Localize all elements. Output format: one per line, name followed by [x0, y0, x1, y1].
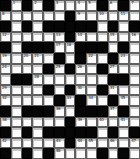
block-cell-10-0	[0, 106, 11, 117]
white-cell-3-4[interactable]	[43, 32, 54, 43]
block-cell-8-4	[43, 85, 54, 96]
block-cell-2-5	[54, 21, 65, 32]
clue-number-47: 47	[131, 139, 136, 143]
clue-number-31: 31	[110, 86, 115, 90]
white-cell-2-1[interactable]	[11, 21, 22, 32]
white-cell-10-5[interactable]: 36	[54, 106, 65, 117]
block-cell-2-8	[86, 21, 97, 32]
clue-number-40: 40	[99, 118, 104, 122]
clue-number-2: 2	[34, 1, 36, 5]
white-cell-3-3[interactable]	[32, 32, 43, 43]
block-cell-7-10	[108, 74, 119, 85]
clue-number-18: 18	[67, 43, 72, 47]
white-cell-8-0[interactable]: 29	[0, 85, 11, 96]
clue-number-48: 48	[56, 149, 61, 153]
white-cell-3-8[interactable]	[86, 32, 97, 43]
white-cell-13-11[interactable]	[118, 138, 129, 149]
white-cell-1-2[interactable]	[22, 11, 33, 22]
block-cell-9-10	[108, 95, 119, 106]
white-cell-5-0[interactable]: 19	[0, 53, 11, 64]
white-cell-13-3[interactable]	[32, 138, 43, 149]
block-cell-10-7	[75, 106, 86, 117]
block-cell-14-11	[118, 148, 129, 159]
clue-number-23: 23	[120, 54, 125, 58]
white-cell-8-1[interactable]	[11, 85, 22, 96]
clue-number-43: 43	[56, 139, 61, 143]
white-cell-11-0[interactable]: 38	[0, 117, 11, 128]
white-cell-1-11[interactable]: 11	[118, 11, 129, 22]
block-cell-7-11	[118, 74, 129, 85]
white-cell-8-2[interactable]	[22, 85, 33, 96]
white-cell-11-12[interactable]	[129, 117, 140, 128]
white-cell-9-3[interactable]	[32, 95, 43, 106]
block-cell-0-11	[118, 0, 129, 11]
white-cell-5-9[interactable]	[97, 53, 108, 64]
block-cell-12-12	[129, 127, 140, 138]
block-cell-1-6	[65, 11, 76, 22]
block-cell-14-0	[0, 148, 11, 159]
white-cell-9-0[interactable]: 32	[0, 95, 11, 106]
white-cell-4-12[interactable]	[129, 42, 140, 53]
white-cell-7-9[interactable]	[97, 74, 108, 85]
block-cell-5-7	[75, 53, 86, 64]
block-cell-4-9	[97, 42, 108, 53]
clue-number-42: 42	[2, 139, 7, 143]
block-cell-10-2	[22, 106, 33, 117]
white-cell-0-5[interactable]: 3	[54, 0, 65, 11]
clue-number-11: 11	[120, 12, 125, 16]
block-cell-3-6	[65, 32, 76, 43]
block-cell-14-4	[43, 148, 54, 159]
clue-number-13: 13	[56, 33, 61, 37]
white-cell-4-6[interactable]: 18	[65, 42, 76, 53]
white-cell-0-6[interactable]	[65, 0, 76, 11]
white-cell-5-12[interactable]	[129, 53, 140, 64]
clue-number-1: 1	[13, 1, 15, 5]
white-cell-4-10[interactable]	[108, 42, 119, 53]
white-cell-13-8[interactable]: 45	[86, 138, 97, 149]
white-cell-9-12[interactable]	[129, 95, 140, 106]
clue-number-17: 17	[56, 43, 61, 47]
block-cell-0-2	[22, 0, 33, 11]
clue-number-26: 26	[77, 65, 82, 69]
white-cell-13-12[interactable]: 47	[129, 138, 140, 149]
white-cell-6-8[interactable]	[86, 64, 97, 75]
white-cell-6-5[interactable]: 25	[54, 64, 65, 75]
block-cell-10-4	[43, 106, 54, 117]
clue-number-32: 32	[2, 96, 7, 100]
white-cell-11-4[interactable]	[43, 117, 54, 128]
white-cell-6-2[interactable]	[22, 64, 33, 75]
block-cell-7-1	[11, 74, 22, 85]
clue-number-12: 12	[2, 33, 7, 37]
white-cell-14-1[interactable]	[11, 148, 22, 159]
white-cell-12-1[interactable]	[11, 127, 22, 138]
white-cell-10-12[interactable]	[129, 106, 140, 117]
white-cell-6-12[interactable]	[129, 64, 140, 75]
white-cell-11-3[interactable]	[32, 117, 43, 128]
white-cell-1-4[interactable]	[43, 11, 54, 22]
clue-number-19: 19	[2, 54, 7, 58]
block-cell-2-2	[22, 21, 33, 32]
block-cell-8-9	[97, 85, 108, 96]
block-cell-10-11	[118, 106, 129, 117]
white-cell-14-8[interactable]	[86, 148, 97, 159]
clue-number-21: 21	[34, 54, 39, 58]
clue-number-7: 7	[131, 1, 133, 5]
white-cell-8-11[interactable]	[118, 85, 129, 96]
clue-number-25: 25	[56, 65, 61, 69]
clue-number-9: 9	[77, 12, 79, 16]
white-cell-1-0[interactable]: 8	[0, 11, 11, 22]
block-cell-14-9	[97, 148, 108, 159]
block-cell-9-5	[54, 95, 65, 106]
white-cell-10-10[interactable]: 37	[108, 106, 119, 117]
clue-number-15: 15	[110, 33, 115, 37]
white-cell-0-3[interactable]: 2	[32, 0, 43, 11]
block-cell-10-9	[97, 106, 108, 117]
white-cell-5-6[interactable]	[65, 53, 76, 64]
block-cell-11-6	[65, 117, 76, 128]
block-cell-6-9	[97, 64, 108, 75]
block-cell-4-4	[43, 42, 54, 53]
white-cell-11-1[interactable]	[11, 117, 22, 128]
white-cell-11-5[interactable]	[54, 117, 65, 128]
white-cell-13-5[interactable]: 43	[54, 138, 65, 149]
white-cell-11-7[interactable]: 39	[75, 117, 86, 128]
clue-number-3: 3	[56, 1, 58, 5]
white-cell-1-8[interactable]	[86, 11, 97, 22]
block-cell-12-10	[108, 127, 119, 138]
white-cell-7-6[interactable]	[65, 74, 76, 85]
block-cell-2-6	[65, 21, 76, 32]
white-cell-9-8[interactable]: 34	[86, 95, 97, 106]
white-cell-4-1[interactable]	[11, 42, 22, 53]
white-cell-0-10[interactable]: 6	[108, 0, 119, 11]
clue-number-10: 10	[99, 12, 104, 16]
white-cell-3-2[interactable]	[22, 32, 33, 43]
white-cell-3-1[interactable]	[11, 32, 22, 43]
white-cell-1-10[interactable]	[108, 11, 119, 22]
clue-number-39: 39	[77, 118, 82, 122]
white-cell-1-3[interactable]	[32, 11, 43, 22]
block-cell-12-2	[22, 127, 33, 138]
clue-number-24: 24	[2, 65, 7, 69]
block-cell-12-8	[86, 127, 97, 138]
white-cell-13-1[interactable]	[11, 138, 22, 149]
white-cell-11-2[interactable]	[22, 117, 33, 128]
crossword-grid: 1234567891011121314151617181920212223242…	[0, 0, 140, 159]
block-cell-2-12	[129, 21, 140, 32]
white-cell-0-8[interactable]: 5	[86, 0, 97, 11]
white-cell-11-11[interactable]: 41	[118, 117, 129, 128]
clue-number-4: 4	[77, 1, 79, 5]
white-cell-6-11[interactable]	[118, 64, 129, 75]
block-cell-10-3	[32, 106, 43, 117]
white-cell-9-2[interactable]	[22, 95, 33, 106]
white-cell-9-11[interactable]: 35	[118, 95, 129, 106]
clue-number-35: 35	[120, 96, 125, 100]
white-cell-11-8[interactable]	[86, 117, 97, 128]
block-cell-6-6	[65, 64, 76, 75]
clue-number-30: 30	[77, 86, 82, 90]
clue-number-28: 28	[34, 75, 39, 79]
block-cell-4-11	[118, 42, 129, 53]
white-cell-5-8[interactable]: 22	[86, 53, 97, 64]
clue-number-34: 34	[88, 96, 93, 100]
block-cell-6-4	[43, 64, 54, 75]
block-cell-4-3	[32, 42, 43, 53]
block-cell-0-4	[43, 0, 54, 11]
white-cell-1-5[interactable]	[54, 11, 65, 22]
white-cell-13-4[interactable]	[43, 138, 54, 149]
white-cell-13-9[interactable]	[97, 138, 108, 149]
white-cell-5-1[interactable]	[11, 53, 22, 64]
white-cell-12-9[interactable]	[97, 127, 108, 138]
white-cell-5-4[interactable]	[43, 53, 54, 64]
clue-number-20: 20	[24, 54, 29, 58]
block-cell-8-6	[65, 85, 76, 96]
block-cell-4-7	[75, 42, 86, 53]
white-cell-3-9[interactable]	[97, 32, 108, 43]
clue-number-16: 16	[131, 33, 136, 37]
white-cell-9-6[interactable]: 33	[65, 95, 76, 106]
block-cell-5-10	[108, 53, 119, 64]
white-cell-1-12[interactable]	[129, 11, 140, 22]
white-cell-3-12[interactable]: 16	[129, 32, 140, 43]
clue-number-27: 27	[110, 65, 115, 69]
block-cell-12-0	[0, 127, 11, 138]
white-cell-9-4[interactable]	[43, 95, 54, 106]
white-cell-7-5[interactable]	[54, 74, 65, 85]
white-cell-14-10[interactable]	[108, 148, 119, 159]
white-cell-11-10[interactable]	[108, 117, 119, 128]
white-cell-1-1[interactable]	[11, 11, 22, 22]
block-cell-2-0	[0, 21, 11, 32]
white-cell-13-7[interactable]: 44	[75, 138, 86, 149]
block-cell-0-0	[0, 0, 11, 11]
white-cell-9-1[interactable]	[11, 95, 22, 106]
white-cell-0-7[interactable]: 4	[75, 0, 86, 11]
white-cell-6-0[interactable]: 24	[0, 64, 11, 75]
white-cell-13-0[interactable]: 42	[0, 138, 11, 149]
block-cell-12-4	[43, 127, 54, 138]
white-cell-11-9[interactable]: 40	[97, 117, 108, 128]
white-cell-8-5[interactable]	[54, 85, 65, 96]
white-cell-8-10[interactable]: 31	[108, 85, 119, 96]
clue-number-33: 33	[67, 96, 72, 100]
white-cell-12-11[interactable]	[118, 127, 129, 138]
white-cell-9-9[interactable]	[97, 95, 108, 106]
clue-number-44: 44	[77, 139, 82, 143]
white-cell-7-0[interactable]	[0, 74, 11, 85]
white-cell-5-11[interactable]: 23	[118, 53, 129, 64]
white-cell-2-9[interactable]	[97, 21, 108, 32]
block-cell-2-4	[43, 21, 54, 32]
white-cell-1-7[interactable]: 9	[75, 11, 86, 22]
block-cell-4-0	[0, 42, 11, 53]
white-cell-7-8[interactable]	[86, 74, 97, 85]
white-cell-2-11[interactable]	[118, 21, 129, 32]
white-cell-14-12[interactable]	[129, 148, 140, 159]
white-cell-6-3[interactable]	[32, 64, 43, 75]
block-cell-14-2	[22, 148, 33, 159]
block-cell-9-7	[75, 95, 86, 106]
clue-number-45: 45	[88, 139, 93, 143]
white-cell-14-6[interactable]	[65, 148, 76, 159]
block-cell-4-8	[86, 42, 97, 53]
clue-number-37: 37	[110, 107, 115, 111]
white-cell-6-7[interactable]: 26	[75, 64, 86, 75]
block-cell-12-5	[54, 127, 65, 138]
clue-number-38: 38	[2, 118, 7, 122]
white-cell-7-12[interactable]	[129, 74, 140, 85]
clue-number-36: 36	[56, 107, 61, 111]
block-cell-12-7	[75, 127, 86, 138]
white-cell-0-1[interactable]: 1	[11, 0, 22, 11]
white-cell-1-9[interactable]: 10	[97, 11, 108, 22]
block-cell-2-10	[108, 21, 119, 32]
white-cell-7-3[interactable]: 28	[32, 74, 43, 85]
white-cell-5-2[interactable]: 20	[22, 53, 33, 64]
block-cell-4-2	[22, 42, 33, 53]
white-cell-3-0[interactable]: 12	[0, 32, 11, 43]
white-cell-6-1[interactable]	[11, 64, 22, 75]
block-cell-7-2	[22, 74, 33, 85]
white-cell-0-12[interactable]: 7	[129, 0, 140, 11]
block-cell-13-6	[65, 138, 76, 149]
white-cell-10-1[interactable]	[11, 106, 22, 117]
white-cell-3-10[interactable]: 15	[108, 32, 119, 43]
white-cell-3-7[interactable]: 14	[75, 32, 86, 43]
white-cell-2-3[interactable]	[32, 21, 43, 32]
white-cell-8-7[interactable]: 30	[75, 85, 86, 96]
block-cell-5-5	[54, 53, 65, 64]
white-cell-13-2[interactable]	[22, 138, 33, 149]
clue-number-29: 29	[2, 86, 7, 90]
clue-number-8: 8	[2, 12, 4, 16]
white-cell-14-7[interactable]	[75, 148, 86, 159]
white-cell-7-4[interactable]	[43, 74, 54, 85]
clue-number-46: 46	[110, 139, 115, 143]
block-cell-2-7	[75, 21, 86, 32]
white-cell-6-10[interactable]: 27	[108, 64, 119, 75]
white-cell-14-3[interactable]	[32, 148, 43, 159]
white-cell-14-5[interactable]: 48	[54, 148, 65, 159]
white-cell-5-3[interactable]: 21	[32, 53, 43, 64]
block-cell-10-8	[86, 106, 97, 117]
white-cell-3-11[interactable]	[118, 32, 129, 43]
white-cell-7-7[interactable]	[75, 74, 86, 85]
clue-number-6: 6	[110, 1, 112, 5]
clue-number-5: 5	[88, 1, 90, 5]
clue-number-41: 41	[120, 118, 125, 122]
white-cell-13-10[interactable]: 46	[108, 138, 119, 149]
white-cell-4-5[interactable]: 17	[54, 42, 65, 53]
white-cell-12-3[interactable]	[32, 127, 43, 138]
white-cell-8-12[interactable]	[129, 85, 140, 96]
white-cell-8-8[interactable]	[86, 85, 97, 96]
white-cell-3-5[interactable]: 13	[54, 32, 65, 43]
clue-number-22: 22	[88, 54, 93, 58]
block-cell-0-9	[97, 0, 108, 11]
block-cell-12-6	[65, 127, 76, 138]
white-cell-10-6[interactable]	[65, 106, 76, 117]
clue-number-14: 14	[77, 33, 82, 37]
white-cell-8-3[interactable]	[32, 85, 43, 96]
